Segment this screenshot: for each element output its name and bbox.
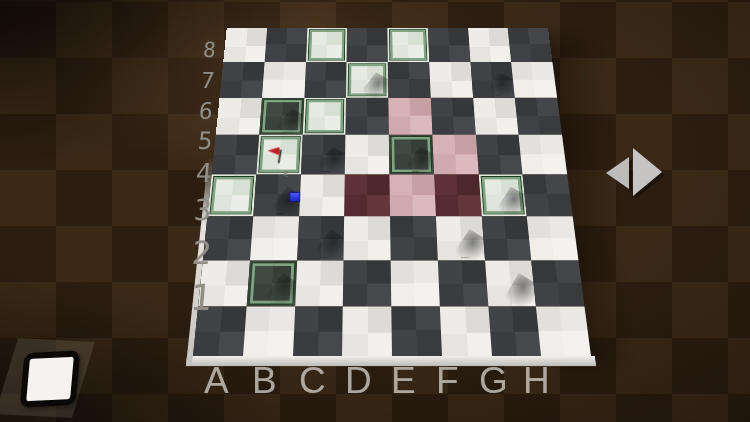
file-label-a: A	[204, 362, 229, 399]
file-label-g: G	[479, 362, 508, 399]
square-h6[interactable]	[515, 97, 562, 134]
white-pawn-glyph: ♟	[252, 277, 286, 309]
square-b4[interactable]: ♟	[253, 174, 301, 216]
square-e4[interactable]	[389, 174, 435, 216]
square-g8[interactable]	[468, 28, 512, 62]
square-h5[interactable]	[519, 135, 567, 174]
square-h8[interactable]	[508, 28, 553, 62]
square-a8[interactable]	[223, 28, 267, 62]
black-pawn-glyph: ♟	[398, 150, 425, 174]
square-d4[interactable]	[344, 174, 390, 216]
square-h4[interactable]	[523, 174, 573, 216]
previous-move-arrow-icon[interactable]	[606, 157, 629, 189]
square-d7[interactable]: ♟	[346, 62, 388, 98]
square-c4[interactable]	[299, 174, 345, 216]
square-d2[interactable]	[343, 260, 391, 307]
file-label-h: H	[523, 362, 550, 399]
square-e3[interactable]	[390, 216, 438, 260]
rank-label-1: 1	[188, 280, 213, 316]
black-pawn-glyph: ♟	[310, 150, 337, 174]
marker-hexagon-red	[515, 265, 532, 282]
black-pawn-glyph: ♟	[268, 111, 294, 134]
square-c8[interactable]	[306, 28, 348, 62]
file-label-d: D	[345, 362, 372, 399]
square-h7[interactable]	[511, 62, 557, 98]
square-f8[interactable]	[428, 28, 471, 62]
square-b3[interactable]	[250, 216, 299, 260]
square-g2[interactable]: ♟	[485, 260, 537, 307]
rank-label-3: 3	[193, 196, 213, 225]
square-a6[interactable]	[216, 97, 262, 134]
square-g5[interactable]	[475, 135, 522, 174]
board-grid: ♟♟♟☝♟♟♟♞♟♟♟♟	[193, 28, 591, 356]
rank-label-6: 6	[198, 100, 214, 123]
square-g6[interactable]	[473, 97, 519, 134]
square-b8[interactable]	[264, 28, 307, 62]
next-move-arrow-icon[interactable]	[633, 148, 662, 196]
square-e1[interactable]	[391, 307, 441, 356]
black-pawn-glyph: ♟	[481, 74, 506, 97]
square-c1[interactable]	[293, 307, 343, 356]
square-g3[interactable]	[481, 216, 531, 260]
file-label-f: F	[436, 362, 459, 399]
rank-label-5: 5	[197, 129, 214, 153]
white-pawn-glyph: ♟	[306, 234, 334, 259]
square-b6[interactable]: ♟	[259, 97, 304, 134]
black-pawn-glyph: ♟	[262, 191, 289, 216]
square-h3[interactable]	[527, 216, 578, 260]
file-label-e: E	[391, 362, 416, 399]
square-f4[interactable]	[434, 174, 481, 216]
board-tile-icon[interactable]	[20, 350, 81, 407]
square-a5[interactable]	[212, 135, 259, 174]
square-f7[interactable]	[429, 62, 473, 98]
square-c7[interactable]	[304, 62, 347, 98]
square-b1[interactable]	[243, 307, 295, 356]
square-e8[interactable]	[387, 28, 429, 62]
square-d3[interactable]	[344, 216, 391, 260]
square-h1[interactable]	[536, 307, 591, 356]
square-c6[interactable]	[302, 97, 346, 134]
game-stage: ♟♟♟☝♟♟♟♞♟♟♟♟ 87654321 ABCDEFGH	[0, 0, 750, 422]
square-g4[interactable]: ♞	[478, 174, 527, 216]
square-e2[interactable]	[391, 260, 440, 307]
square-e6[interactable]	[388, 97, 432, 134]
square-g1[interactable]	[488, 307, 541, 356]
white-pawn-glyph: ♟	[355, 74, 380, 97]
square-h2[interactable]	[531, 260, 584, 307]
square-e7[interactable]	[388, 62, 431, 98]
square-c5[interactable]: ♟	[301, 135, 346, 174]
square-f3[interactable]: ♟	[436, 216, 485, 260]
black-pawn-glyph: ♟	[447, 234, 475, 259]
square-c3[interactable]: ♟	[297, 216, 345, 260]
square-f1[interactable]	[440, 307, 492, 356]
square-b7[interactable]	[262, 62, 306, 98]
rank-label-8: 8	[202, 40, 216, 61]
square-f6[interactable]	[431, 97, 476, 134]
board-scene: ♟♟♟☝♟♟♟♞♟♟♟♟	[0, 0, 750, 422]
file-label-b: B	[252, 362, 277, 399]
white-knight-glyph: ♞	[490, 188, 517, 215]
square-d5[interactable]	[345, 135, 389, 174]
square-d1[interactable]	[342, 307, 392, 356]
square-a7[interactable]	[220, 62, 265, 98]
rank-label-2: 2	[191, 237, 213, 269]
square-d8[interactable]	[347, 28, 388, 62]
square-f2[interactable]	[438, 260, 488, 307]
square-b5[interactable]: ☝	[256, 135, 302, 174]
rank-label-7: 7	[200, 70, 215, 92]
square-d6[interactable]	[346, 97, 389, 134]
square-g7[interactable]: ♟	[470, 62, 515, 98]
square-e5[interactable]: ♟	[389, 135, 434, 174]
blue-cube	[289, 192, 300, 202]
square-a4[interactable]	[207, 174, 256, 216]
square-b2[interactable]: ♟	[246, 260, 296, 307]
square-f5[interactable]	[432, 135, 478, 174]
square-c2[interactable]	[295, 260, 344, 307]
file-label-c: C	[299, 362, 326, 399]
rank-label-4: 4	[195, 160, 213, 186]
